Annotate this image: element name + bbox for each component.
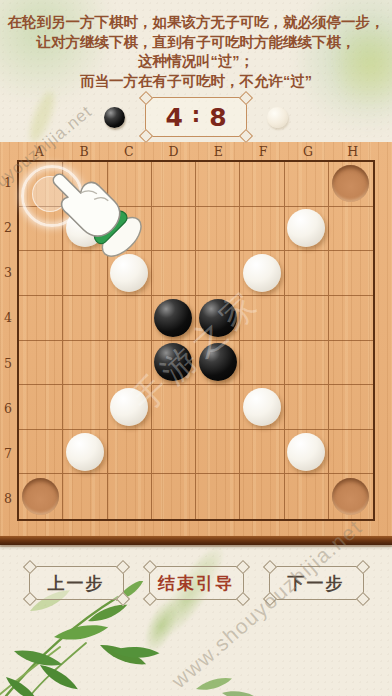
square-G7[interactable]: [285, 430, 329, 475]
instruction-line-4: 而当一方在有子可吃时，不允许“过”: [0, 72, 392, 92]
square-G4[interactable]: [285, 296, 329, 341]
square-C4[interactable]: [108, 296, 152, 341]
square-H1[interactable]: [329, 162, 373, 207]
row-label-3: 3: [0, 250, 16, 295]
score-box: 4 : 8: [145, 97, 247, 137]
nav-buttons: 上一步 结束引导 下一步: [0, 566, 392, 600]
instruction-line-1: 在轮到另一方下棋时，如果该方无子可吃，就必须停一步，: [0, 13, 392, 33]
black-score: 4: [165, 103, 182, 132]
square-C7[interactable]: [108, 430, 152, 475]
corner-ornament: [239, 91, 253, 105]
square-G8[interactable]: [285, 474, 329, 519]
corner-ornament: [139, 91, 153, 105]
row-label-6: 6: [0, 386, 16, 431]
square-F8[interactable]: [240, 474, 284, 519]
square-A4[interactable]: [19, 296, 63, 341]
prev-step-label: 上一步: [48, 574, 105, 593]
square-E8[interactable]: [196, 474, 240, 519]
end-tutorial-button[interactable]: 结束引导: [149, 566, 244, 600]
square-H8[interactable]: [329, 474, 373, 519]
square-D8[interactable]: [152, 474, 196, 519]
corner-ornament: [355, 592, 369, 606]
white-piece-B7: [66, 433, 104, 471]
square-D7[interactable]: [152, 430, 196, 475]
square-B8[interactable]: [63, 474, 107, 519]
square-B4[interactable]: [63, 296, 107, 341]
white-piece-F6: [243, 388, 281, 426]
column-label-H: H: [330, 143, 375, 160]
square-C6[interactable]: [108, 385, 152, 430]
column-label-F: F: [241, 143, 286, 160]
square-E5[interactable]: [196, 341, 240, 386]
square-G2[interactable]: [285, 207, 329, 252]
column-label-G: G: [286, 143, 331, 160]
square-C5[interactable]: [108, 341, 152, 386]
row-label-4: 4: [0, 295, 16, 340]
corner-ornament: [142, 560, 156, 574]
row-label-8: 8: [0, 476, 16, 521]
corner-ornament: [115, 560, 129, 574]
corner-ornament: [22, 560, 36, 574]
square-G5[interactable]: [285, 341, 329, 386]
square-D4[interactable]: [152, 296, 196, 341]
square-D6[interactable]: [152, 385, 196, 430]
score-separator: :: [192, 103, 200, 127]
square-G3[interactable]: [285, 251, 329, 296]
black-score-piece-icon: [104, 107, 125, 128]
square-H6[interactable]: [329, 385, 373, 430]
black-piece-E4: [199, 299, 237, 337]
square-H2[interactable]: [329, 207, 373, 252]
column-label-E: E: [196, 143, 241, 160]
square-A6[interactable]: [19, 385, 63, 430]
square-A7[interactable]: [19, 430, 63, 475]
white-piece-F3: [243, 254, 281, 292]
square-E4[interactable]: [196, 296, 240, 341]
square-F7[interactable]: [240, 430, 284, 475]
square-H3[interactable]: [329, 251, 373, 296]
square-E3[interactable]: [196, 251, 240, 296]
corner-ornament: [239, 129, 253, 143]
row-label-7: 7: [0, 431, 16, 476]
square-F5[interactable]: [240, 341, 284, 386]
corner-hole-H1: [332, 165, 369, 202]
tutorial-instructions: 在轮到另一方下棋时，如果该方无子可吃，就必须停一步， 让对方继续下棋，直到有子可…: [0, 13, 392, 91]
square-B5[interactable]: [63, 341, 107, 386]
corner-ornament: [355, 560, 369, 574]
column-label-D: D: [151, 143, 196, 160]
scoreboard: 4 : 8: [0, 96, 392, 138]
black-piece-E5: [199, 343, 237, 381]
row-label-2: 2: [0, 205, 16, 250]
square-G6[interactable]: [285, 385, 329, 430]
square-H5[interactable]: [329, 341, 373, 386]
white-score: 8: [209, 103, 226, 132]
square-F1[interactable]: [240, 162, 284, 207]
corner-hole-A8: [22, 478, 59, 515]
white-piece-G2: [287, 209, 325, 247]
black-piece-D4: [154, 299, 192, 337]
square-F4[interactable]: [240, 296, 284, 341]
prev-step-button[interactable]: 上一步: [29, 566, 124, 600]
corner-ornament: [262, 560, 276, 574]
square-H4[interactable]: [329, 296, 373, 341]
square-A5[interactable]: [19, 341, 63, 386]
square-H7[interactable]: [329, 430, 373, 475]
square-E7[interactable]: [196, 430, 240, 475]
next-step-label: 下一步: [288, 574, 345, 593]
white-score-piece-icon: [267, 107, 288, 128]
square-B7[interactable]: [63, 430, 107, 475]
row-label-1: 1: [0, 160, 16, 205]
corner-ornament: [262, 592, 276, 606]
square-D2[interactable]: [152, 207, 196, 252]
square-A8[interactable]: [19, 474, 63, 519]
black-piece-D5: [154, 343, 192, 381]
square-F2[interactable]: [240, 207, 284, 252]
square-E6[interactable]: [196, 385, 240, 430]
square-F6[interactable]: [240, 385, 284, 430]
instruction-line-3: 这种情况叫“过”；: [0, 52, 392, 72]
square-D3[interactable]: [152, 251, 196, 296]
white-piece-G7: [287, 433, 325, 471]
corner-ornament: [235, 560, 249, 574]
corner-ornament: [139, 129, 153, 143]
square-E2[interactable]: [196, 207, 240, 252]
square-B6[interactable]: [63, 385, 107, 430]
square-D5[interactable]: [152, 341, 196, 386]
instruction-line-2: 让对方继续下棋，直到有子可吃时方能继续下棋，: [0, 33, 392, 53]
board-edge: [0, 536, 392, 545]
next-step-button[interactable]: 下一步: [269, 566, 364, 600]
end-tutorial-label: 结束引导: [158, 574, 234, 593]
square-G1[interactable]: [285, 162, 329, 207]
square-C8[interactable]: [108, 474, 152, 519]
othello-board: ABCDEFGH 12345678: [0, 142, 392, 545]
square-F3[interactable]: [240, 251, 284, 296]
pointer-hand-icon: [30, 158, 142, 270]
row-label-5: 5: [0, 341, 16, 386]
corner-hole-H8: [332, 478, 369, 515]
square-D1[interactable]: [152, 162, 196, 207]
square-E1[interactable]: [196, 162, 240, 207]
white-piece-C6: [110, 388, 148, 426]
